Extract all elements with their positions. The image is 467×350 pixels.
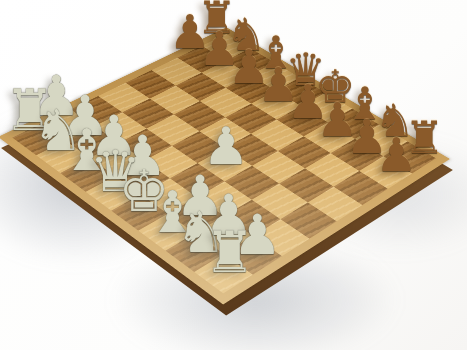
- chess-scene: ♜♞♝♛♚♝♞♜♟♟♟♟♟♟♟♟♟♟♟♟♟♟♟♟♜♞♝♛♚♝♞♜: [0, 0, 467, 350]
- white-rook-h1[interactable]: ♜: [204, 224, 255, 281]
- black-pawn-h7[interactable]: ♟: [376, 132, 418, 179]
